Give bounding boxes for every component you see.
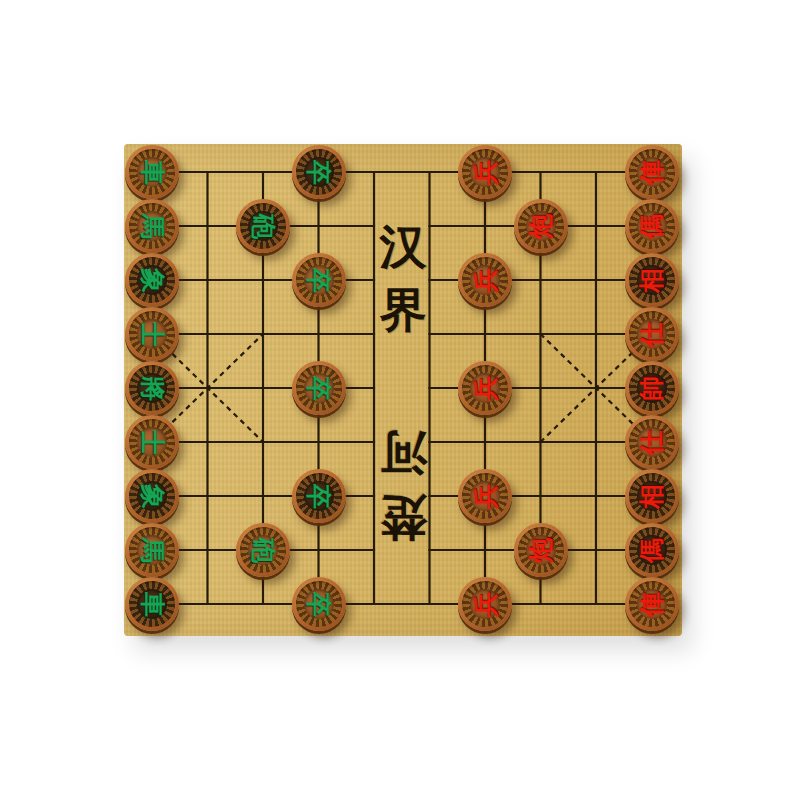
piece-face: 仕 <box>637 319 667 349</box>
piece-green-elephant[interactable]: 象 <box>125 469 179 523</box>
piece-red-soldier[interactable]: 兵 <box>458 577 512 631</box>
river-label-he: 河 <box>381 429 428 476</box>
piece-character: 傌 <box>639 538 664 563</box>
piece-character: 仕 <box>639 322 664 347</box>
piece-character: 卒 <box>306 592 331 617</box>
piece-green-soldier[interactable]: 卒 <box>292 361 346 415</box>
piece-character: 卒 <box>306 484 331 509</box>
piece-green-advisor[interactable]: 士 <box>125 307 179 361</box>
piece-face: 車 <box>137 157 167 187</box>
piece-character: 俥 <box>639 160 664 185</box>
piece-character: 兵 <box>473 160 498 185</box>
piece-red-chariot[interactable]: 俥 <box>625 577 679 631</box>
piece-face: 砲 <box>248 535 278 565</box>
piece-red-cannon[interactable]: 炮 <box>514 199 568 253</box>
piece-red-chariot[interactable]: 俥 <box>625 145 679 199</box>
piece-face: 傌 <box>637 535 667 565</box>
piece-face: 卒 <box>304 589 334 619</box>
piece-character: 將 <box>140 376 165 401</box>
piece-red-soldier[interactable]: 兵 <box>458 361 512 415</box>
piece-face: 象 <box>137 481 167 511</box>
piece-face: 兵 <box>470 265 500 295</box>
piece-face: 卒 <box>304 265 334 295</box>
piece-red-horse[interactable]: 傌 <box>625 523 679 577</box>
piece-character: 兵 <box>473 484 498 509</box>
river-label-han: 汉 <box>380 224 427 271</box>
piece-character: 卒 <box>306 376 331 401</box>
piece-face: 帥 <box>637 373 667 403</box>
piece-green-cannon[interactable]: 砲 <box>236 523 290 577</box>
board-cloth <box>124 144 682 636</box>
piece-red-advisor[interactable]: 仕 <box>625 307 679 361</box>
piece-face: 炮 <box>526 535 556 565</box>
piece-red-soldier[interactable]: 兵 <box>458 145 512 199</box>
piece-character: 俥 <box>639 592 664 617</box>
piece-red-soldier[interactable]: 兵 <box>458 469 512 523</box>
piece-face: 兵 <box>470 157 500 187</box>
piece-green-chariot[interactable]: 車 <box>125 145 179 199</box>
piece-red-horse[interactable]: 傌 <box>625 199 679 253</box>
piece-red-soldier[interactable]: 兵 <box>458 253 512 307</box>
piece-face: 馬 <box>137 211 167 241</box>
piece-character: 砲 <box>251 214 276 239</box>
piece-character: 相 <box>639 268 664 293</box>
piece-red-elephant[interactable]: 相 <box>625 469 679 523</box>
piece-character: 砲 <box>251 538 276 563</box>
piece-face: 士 <box>137 427 167 457</box>
piece-red-advisor[interactable]: 仕 <box>625 415 679 469</box>
piece-character: 傌 <box>639 214 664 239</box>
river-label-chu: 楚 <box>381 494 428 541</box>
piece-green-horse[interactable]: 馬 <box>125 523 179 577</box>
piece-face: 俥 <box>637 157 667 187</box>
piece-character: 象 <box>140 268 165 293</box>
piece-character: 象 <box>140 484 165 509</box>
piece-face: 將 <box>137 373 167 403</box>
piece-face: 車 <box>137 589 167 619</box>
piece-character: 仕 <box>639 430 664 455</box>
piece-green-advisor[interactable]: 士 <box>125 415 179 469</box>
piece-face: 卒 <box>304 481 334 511</box>
piece-face: 砲 <box>248 211 278 241</box>
piece-green-general[interactable]: 將 <box>125 361 179 415</box>
piece-green-cannon[interactable]: 砲 <box>236 199 290 253</box>
piece-character: 士 <box>140 430 165 455</box>
piece-character: 車 <box>140 160 165 185</box>
piece-face: 士 <box>137 319 167 349</box>
piece-green-chariot[interactable]: 車 <box>125 577 179 631</box>
piece-face: 馬 <box>137 535 167 565</box>
piece-character: 士 <box>140 322 165 347</box>
piece-red-elephant[interactable]: 相 <box>625 253 679 307</box>
piece-face: 相 <box>637 481 667 511</box>
piece-green-soldier[interactable]: 卒 <box>292 577 346 631</box>
piece-face: 俥 <box>637 589 667 619</box>
piece-green-elephant[interactable]: 象 <box>125 253 179 307</box>
piece-green-soldier[interactable]: 卒 <box>292 145 346 199</box>
piece-green-horse[interactable]: 馬 <box>125 199 179 253</box>
piece-green-soldier[interactable]: 卒 <box>292 253 346 307</box>
piece-face: 象 <box>137 265 167 295</box>
piece-character: 炮 <box>528 214 553 239</box>
piece-character: 馬 <box>140 538 165 563</box>
piece-character: 兵 <box>473 592 498 617</box>
piece-face: 兵 <box>470 589 500 619</box>
piece-character: 兵 <box>473 268 498 293</box>
piece-red-cannon[interactable]: 炮 <box>514 523 568 577</box>
river-label-jie: 界 <box>380 287 427 334</box>
piece-character: 卒 <box>306 160 331 185</box>
piece-face: 傌 <box>637 211 667 241</box>
piece-character: 馬 <box>140 214 165 239</box>
piece-face: 卒 <box>304 373 334 403</box>
piece-face: 兵 <box>470 481 500 511</box>
piece-character: 帥 <box>639 376 664 401</box>
piece-face: 兵 <box>470 373 500 403</box>
piece-character: 兵 <box>473 376 498 401</box>
piece-character: 相 <box>639 484 664 509</box>
piece-face: 卒 <box>304 157 334 187</box>
piece-face: 仕 <box>637 427 667 457</box>
piece-face: 相 <box>637 265 667 295</box>
piece-character: 炮 <box>528 538 553 563</box>
piece-red-general[interactable]: 帥 <box>625 361 679 415</box>
piece-character: 車 <box>140 592 165 617</box>
piece-character: 卒 <box>306 268 331 293</box>
piece-green-soldier[interactable]: 卒 <box>292 469 346 523</box>
piece-face: 炮 <box>526 211 556 241</box>
